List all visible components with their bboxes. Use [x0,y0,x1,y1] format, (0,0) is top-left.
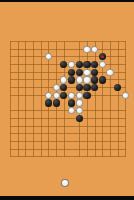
game-screen: { "game": "gomoku", "board": { "grid_lin… [0,0,134,200]
stone-black[interactable] [60,84,67,91]
board-grid-lines [10,41,126,157]
stone-white[interactable] [76,99,83,106]
stone-black[interactable] [83,61,90,68]
stone-black[interactable] [76,84,83,91]
letterbox-bar-top [0,0,134,2]
stone-white[interactable] [68,107,75,114]
stone-black[interactable] [68,76,75,83]
stone-black[interactable] [91,69,98,76]
stone-white[interactable] [45,53,52,60]
stone-white[interactable] [53,84,60,91]
stone-white[interactable] [122,92,129,99]
stone-white[interactable] [83,46,90,53]
stone-black[interactable] [114,84,121,91]
go-board[interactable] [6,38,129,161]
stone-black[interactable] [76,115,83,122]
stone-white[interactable] [76,76,83,83]
stone-black[interactable] [83,92,90,99]
stone-black[interactable] [68,99,75,106]
stone-black[interactable] [53,99,60,106]
stone-white[interactable] [83,69,90,76]
stone-white[interactable] [45,92,52,99]
stone-white[interactable] [76,92,83,99]
stone-black[interactable] [91,61,98,68]
stone-black[interactable] [76,69,83,76]
stone-black[interactable] [91,84,98,91]
stone-black[interactable] [99,76,106,83]
letterbox-bar-bottom [0,196,134,200]
stone-black[interactable] [68,69,75,76]
stone-white[interactable] [68,92,75,99]
stone-white[interactable] [83,76,90,83]
stone-white[interactable] [76,107,83,114]
stone-black[interactable] [83,84,90,91]
stone-black[interactable] [60,61,67,68]
stone-white[interactable] [53,92,60,99]
stone-black[interactable] [76,61,83,68]
stone-black[interactable] [91,76,98,83]
stone-white[interactable] [106,69,113,76]
turn-indicator-white-stone-icon [61,179,69,187]
stone-white[interactable] [68,61,75,68]
stone-white[interactable] [99,61,106,68]
stone-white[interactable] [91,46,98,53]
last-move-marker [101,56,104,59]
stone-black[interactable] [60,92,67,99]
stone-white[interactable] [60,76,67,83]
stone-black[interactable] [45,99,52,106]
stone-black[interactable] [99,53,106,60]
